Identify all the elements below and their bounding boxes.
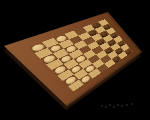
watermark-dot bbox=[113, 106, 115, 108]
watermark-dot bbox=[121, 105, 123, 107]
watermark-dot bbox=[117, 104, 119, 106]
watermark-dot bbox=[109, 104, 111, 106]
watermark-dot bbox=[131, 103, 133, 105]
watermark-dot bbox=[101, 105, 103, 107]
scene bbox=[0, 0, 150, 120]
watermark-dot bbox=[126, 104, 128, 106]
board-grid bbox=[28, 19, 132, 91]
watermark-dot bbox=[105, 106, 107, 108]
checker-piece-dark[interactable] bbox=[125, 48, 132, 54]
checkers-board bbox=[4, 12, 142, 106]
